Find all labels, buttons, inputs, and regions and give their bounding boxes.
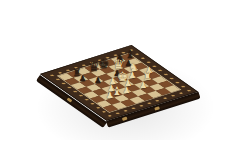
- brass-hinge: [155, 106, 161, 111]
- brass-latch: [67, 97, 73, 103]
- brass-hinge: [122, 116, 128, 121]
- chess-set-photo: ♜♛♚♞♝♟♛♟♟♟♞♟♚♟♟♟♟♜♟♝♟♟: [0, 0, 240, 150]
